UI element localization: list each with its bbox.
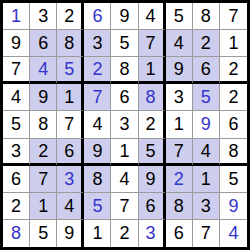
cell-r3c1[interactable]: 7 [3, 57, 30, 84]
cell-r4c6[interactable]: 8 [139, 84, 166, 111]
cell-r2c8[interactable]: 2 [193, 30, 220, 57]
cell-r7c5[interactable]: 4 [111, 166, 138, 193]
cell-r7c4[interactable]: 8 [84, 166, 111, 193]
cell-r5c3[interactable]: 7 [57, 111, 84, 138]
cell-r7c7[interactable]: 2 [166, 166, 193, 193]
cell-r4c4[interactable]: 7 [84, 84, 111, 111]
cell-r4c1[interactable]: 4 [3, 84, 30, 111]
cell-r4c8[interactable]: 5 [193, 84, 220, 111]
cell-r1c6[interactable]: 4 [139, 3, 166, 30]
cell-r6c8[interactable]: 4 [193, 139, 220, 166]
cell-r2c9[interactable]: 1 [220, 30, 247, 57]
cell-r3c4[interactable]: 2 [84, 57, 111, 84]
cell-r4c9[interactable]: 2 [220, 84, 247, 111]
cell-r9c8[interactable]: 7 [193, 220, 220, 247]
cell-r9c2[interactable]: 5 [30, 220, 57, 247]
cell-r9c9[interactable]: 4 [220, 220, 247, 247]
cell-r7c1[interactable]: 6 [3, 166, 30, 193]
cell-r1c8[interactable]: 8 [193, 3, 220, 30]
cell-r3c7[interactable]: 9 [166, 57, 193, 84]
cell-r3c5[interactable]: 8 [111, 57, 138, 84]
cell-r2c3[interactable]: 8 [57, 30, 84, 57]
cell-r9c1[interactable]: 8 [3, 220, 30, 247]
cell-r5c4[interactable]: 4 [84, 111, 111, 138]
cell-r6c2[interactable]: 2 [30, 139, 57, 166]
cell-r4c2[interactable]: 9 [30, 84, 57, 111]
cell-r6c7[interactable]: 7 [166, 139, 193, 166]
cell-r6c5[interactable]: 1 [111, 139, 138, 166]
cell-r9c7[interactable]: 6 [166, 220, 193, 247]
cell-r8c3[interactable]: 4 [57, 193, 84, 220]
cell-r1c7[interactable]: 5 [166, 3, 193, 30]
cell-r8c8[interactable]: 3 [193, 193, 220, 220]
cell-r7c2[interactable]: 7 [30, 166, 57, 193]
cell-r2c7[interactable]: 4 [166, 30, 193, 57]
cell-r2c1[interactable]: 9 [3, 30, 30, 57]
cell-r7c6[interactable]: 9 [139, 166, 166, 193]
cell-r8c5[interactable]: 7 [111, 193, 138, 220]
cell-r5c5[interactable]: 3 [111, 111, 138, 138]
cell-r8c9[interactable]: 9 [220, 193, 247, 220]
cell-r4c3[interactable]: 1 [57, 84, 84, 111]
cell-r6c4[interactable]: 9 [84, 139, 111, 166]
cell-r3c2[interactable]: 4 [30, 57, 57, 84]
cell-r3c9[interactable]: 2 [220, 57, 247, 84]
cell-r4c7[interactable]: 3 [166, 84, 193, 111]
cell-r1c2[interactable]: 3 [30, 3, 57, 30]
cell-r1c5[interactable]: 9 [111, 3, 138, 30]
cell-r6c6[interactable]: 5 [139, 139, 166, 166]
cell-r2c6[interactable]: 7 [139, 30, 166, 57]
cell-r3c6[interactable]: 1 [139, 57, 166, 84]
cell-r7c3[interactable]: 3 [57, 166, 84, 193]
cell-r9c3[interactable]: 9 [57, 220, 84, 247]
cell-r4c5[interactable]: 6 [111, 84, 138, 111]
cell-r1c9[interactable]: 7 [220, 3, 247, 30]
cell-r7c8[interactable]: 1 [193, 166, 220, 193]
cell-r9c4[interactable]: 1 [84, 220, 111, 247]
cell-r8c1[interactable]: 2 [3, 193, 30, 220]
cell-r1c4[interactable]: 6 [84, 3, 111, 30]
cell-r7c9[interactable]: 5 [220, 166, 247, 193]
cell-r2c2[interactable]: 6 [30, 30, 57, 57]
cell-r3c3[interactable]: 5 [57, 57, 84, 84]
cell-r9c6[interactable]: 3 [139, 220, 166, 247]
cell-r5c9[interactable]: 6 [220, 111, 247, 138]
cell-r6c9[interactable]: 8 [220, 139, 247, 166]
cell-r5c1[interactable]: 5 [3, 111, 30, 138]
cell-r8c6[interactable]: 6 [139, 193, 166, 220]
sudoku-board: 1326945879683574217452819624917683525874… [0, 0, 250, 250]
cell-r8c7[interactable]: 8 [166, 193, 193, 220]
cell-r5c7[interactable]: 1 [166, 111, 193, 138]
cell-r8c4[interactable]: 5 [84, 193, 111, 220]
cell-r6c1[interactable]: 3 [3, 139, 30, 166]
cell-r2c4[interactable]: 3 [84, 30, 111, 57]
cell-r1c3[interactable]: 2 [57, 3, 84, 30]
cell-r5c2[interactable]: 8 [30, 111, 57, 138]
cell-r9c5[interactable]: 2 [111, 220, 138, 247]
cell-r5c6[interactable]: 2 [139, 111, 166, 138]
cell-r3c8[interactable]: 6 [193, 57, 220, 84]
cell-r5c8[interactable]: 9 [193, 111, 220, 138]
cell-r1c1[interactable]: 1 [3, 3, 30, 30]
cell-r6c3[interactable]: 6 [57, 139, 84, 166]
cell-r2c5[interactable]: 5 [111, 30, 138, 57]
cell-r8c2[interactable]: 1 [30, 193, 57, 220]
